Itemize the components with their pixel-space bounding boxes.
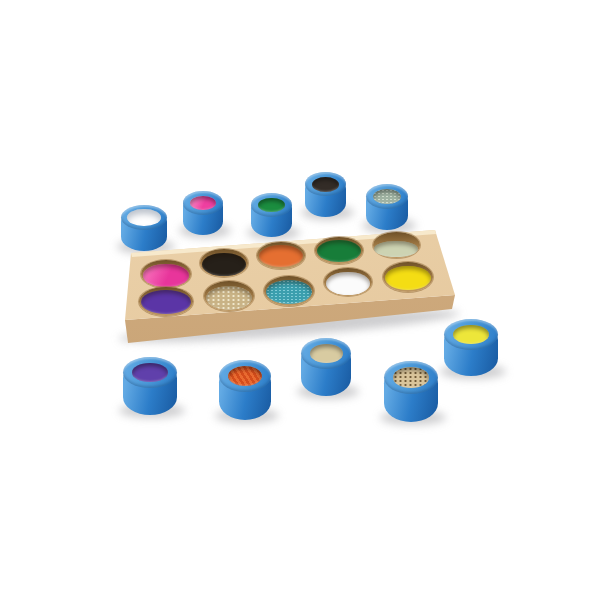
cylinder-empty-open[interactable] [121, 205, 167, 251]
cylinder-purple-felt[interactable] [123, 357, 177, 415]
cylinder-material-purple-felt [132, 363, 168, 382]
cylinder-material-black-felt [312, 177, 339, 192]
board-hole-yellow-smooth[interactable] [383, 262, 433, 292]
texture-board [0, 0, 600, 600]
board-hole-white-smooth[interactable] [324, 268, 372, 296]
cylinder-material-sand-mesh [393, 367, 429, 387]
hole-material-teal-weave [266, 280, 312, 305]
cylinder-material-green-felt [258, 198, 285, 213]
hole-material-orange-smooth [259, 245, 303, 267]
hole-material-purple-felt [141, 290, 191, 314]
hole-material-white-smooth [326, 272, 370, 294]
board-hole-pink-silk[interactable] [141, 260, 191, 288]
texture-game-photo [0, 0, 600, 600]
cylinder-rim [121, 205, 167, 230]
cylinder-rim [183, 191, 223, 215]
cylinder-sage-terry[interactable] [366, 184, 408, 230]
hole-material-pink-silk [143, 264, 189, 286]
cylinder-material-sage-terry [373, 189, 401, 204]
cylinder-rim [366, 184, 408, 209]
cylinder-material-cream-smooth [310, 344, 343, 363]
cylinder-cream-smooth[interactable] [301, 338, 351, 396]
board-hole-sage-felt[interactable] [373, 232, 420, 258]
hole-material-yellow-smooth [385, 266, 431, 291]
cylinder-material-pink-silk [190, 196, 216, 211]
board-hole-beige-mesh[interactable] [204, 281, 254, 311]
board-hole-purple-felt[interactable] [139, 287, 193, 316]
cylinder-rim [251, 193, 292, 217]
cylinder-green-felt[interactable] [251, 193, 292, 237]
board-hole-green-felt[interactable] [315, 237, 363, 264]
board-hole-orange-smooth[interactable] [257, 242, 305, 269]
cylinder-rim [444, 319, 498, 350]
board-hole-black-felt[interactable] [200, 249, 248, 277]
cylinder-sand-mesh[interactable] [384, 361, 438, 422]
cylinder-orange-corduroy[interactable] [219, 360, 271, 420]
cylinder-material-empty-open [127, 209, 160, 226]
cylinder-black-felt[interactable] [305, 172, 346, 217]
hole-material-black-felt [202, 253, 246, 276]
cylinder-rim [384, 361, 438, 394]
hole-material-sage-felt [374, 241, 417, 257]
cylinder-material-orange-corduroy [228, 366, 262, 386]
cylinder-rim [123, 357, 177, 388]
board-hole-teal-weave[interactable] [264, 276, 314, 306]
cylinder-material-yellow-sponge [453, 325, 489, 344]
hole-material-green-felt [317, 240, 361, 262]
cylinder-yellow-sponge[interactable] [444, 319, 498, 376]
cylinder-pink-silk[interactable] [183, 191, 223, 235]
hole-material-beige-mesh [206, 286, 252, 310]
cylinder-rim [301, 338, 351, 369]
